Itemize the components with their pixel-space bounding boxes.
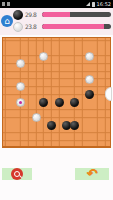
status-bar: 16:52	[0, 0, 113, 8]
status-icons-right: 16:52	[86, 0, 111, 8]
status-time: 16:52	[97, 0, 111, 8]
black-player-value: 29.8	[25, 11, 40, 18]
black-player-bar	[42, 12, 111, 17]
home-icon: ⌂	[4, 16, 10, 26]
undo-arrow-icon: ↶	[87, 168, 98, 180]
black-stone	[70, 98, 79, 107]
black-stone-icon	[13, 10, 23, 20]
white-stone	[39, 52, 48, 61]
battery-icon	[92, 2, 95, 7]
white-stone	[16, 98, 25, 107]
status-icons-left	[2, 2, 10, 6]
home-button[interactable]: ⌂	[1, 15, 13, 27]
board-grid	[3, 38, 110, 146]
white-player-row: 23.8	[13, 21, 111, 32]
white-player-bar-fill	[42, 24, 104, 29]
white-stone	[85, 75, 94, 84]
undo-button[interactable]: ↶	[75, 168, 109, 180]
black-stone	[55, 98, 64, 107]
signal-icon	[86, 2, 90, 6]
hint-button[interactable]	[2, 168, 32, 180]
side-drawer-handle[interactable]	[105, 87, 112, 101]
black-stone	[39, 98, 48, 107]
notification-icon	[2, 2, 5, 6]
last-move-marker	[19, 101, 22, 104]
app-screen: 16:52 ⌂ 29.8 23.8 ↶	[0, 0, 113, 200]
black-player-bar-fill	[42, 12, 70, 17]
white-stone	[32, 113, 41, 122]
black-stone	[70, 121, 79, 130]
game-board[interactable]	[2, 37, 111, 148]
black-stone	[47, 121, 56, 130]
white-player-bar	[42, 24, 111, 29]
magnifier-icon	[11, 168, 23, 180]
player-panel: ⌂ 29.8 23.8	[0, 8, 113, 35]
white-player-value: 23.8	[25, 23, 40, 30]
white-stone-icon	[13, 22, 23, 32]
black-player-row: 29.8	[13, 9, 111, 20]
sim-icon	[7, 2, 10, 6]
white-stone	[85, 52, 94, 61]
